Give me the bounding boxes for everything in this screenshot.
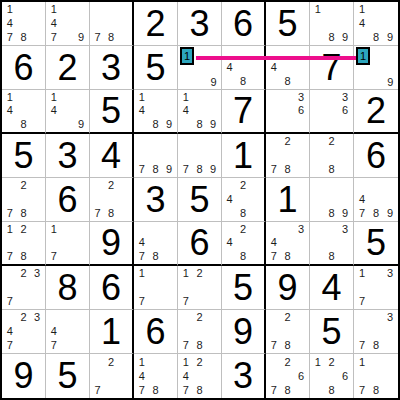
candidate-8: 8 (369, 206, 383, 220)
sudoku-board: 1478147978236518914896235194848719148149… (0, 0, 400, 400)
candidate-4: 4 (179, 369, 193, 383)
cell-r8c6[interactable]: 9 (222, 310, 266, 354)
cell-value: 6 (145, 314, 165, 350)
cell-r6c1[interactable]: 1278 (2, 222, 46, 266)
cell-r7c5[interactable]: 127 (178, 266, 222, 310)
candidate-3: 3 (30, 267, 44, 281)
candidate-8: 8 (281, 383, 295, 397)
cell-r4c5[interactable]: 789 (178, 134, 222, 178)
candidate-4: 4 (267, 61, 281, 75)
candidate-2: 2 (193, 355, 207, 369)
cell-r1c3[interactable]: 78 (90, 2, 134, 46)
candidate-9: 9 (206, 118, 220, 131)
cell-r1c7[interactable]: 5 (266, 2, 310, 46)
candidate-4: 4 (223, 236, 236, 249)
cell-value: 1 (277, 182, 297, 218)
candidate-7: 7 (47, 250, 61, 263)
candidate-8: 8 (193, 118, 207, 131)
candidate-2: 2 (236, 223, 249, 236)
candidate-7: 7 (355, 338, 369, 352)
cell-value: 6 (233, 6, 253, 42)
cell-r6c6[interactable]: 248 (222, 222, 266, 266)
candidate-8: 8 (193, 162, 207, 176)
candidate-1: 1 (311, 3, 325, 17)
cell-r8c4[interactable]: 6 (134, 310, 178, 354)
candidate-1: 1 (47, 91, 61, 104)
candidate-2: 2 (193, 267, 207, 281)
candidate-7: 7 (3, 206, 17, 220)
candidate-8: 8 (104, 206, 117, 220)
candidate-8: 8 (17, 118, 31, 131)
cell-r5c1[interactable]: 278 (2, 178, 46, 222)
cell-r3c3[interactable]: 5 (90, 90, 134, 134)
cell-r2c4[interactable]: 5 (134, 46, 178, 90)
candidate-8: 8 (325, 250, 339, 263)
candidate-9: 9 (206, 162, 220, 176)
candidate-1: 1 (355, 267, 369, 281)
candidate-8: 8 (281, 162, 295, 176)
candidate-8: 8 (369, 383, 383, 397)
candidate-7: 7 (91, 206, 104, 220)
candidate-4: 4 (135, 236, 149, 249)
cell-r7c2[interactable]: 8 (46, 266, 90, 310)
cell-r3c1[interactable]: 148 (2, 90, 46, 134)
cell-value: 5 (366, 225, 386, 261)
candidate-2: 2 (325, 355, 339, 369)
cell-r1c4[interactable]: 2 (134, 2, 178, 46)
candidate-9: 9 (338, 30, 352, 44)
candidate-7: 7 (3, 294, 17, 308)
candidate-7: 7 (47, 338, 61, 352)
cell-r3c9[interactable]: 2 (354, 90, 398, 134)
candidate-7: 7 (91, 383, 104, 397)
candidate-9: 9 (207, 77, 220, 89)
cell-r5c3[interactable]: 278 (90, 178, 134, 222)
candidate-8: 8 (149, 250, 163, 263)
cell-r1c1[interactable]: 1478 (2, 2, 46, 46)
candidate-3: 3 (294, 91, 308, 104)
candidate-7: 7 (179, 294, 193, 308)
cell-value: 5 (277, 6, 297, 42)
cell-r4c6[interactable]: 1 (222, 134, 266, 178)
candidate-8: 8 (281, 338, 295, 352)
cell-r8c8[interactable]: 5 (310, 310, 354, 354)
cell-r5c5[interactable]: 5 (178, 178, 222, 222)
candidate-4: 4 (47, 325, 61, 339)
candidate-4: 4 (355, 17, 369, 31)
candidate-2: 2 (193, 311, 207, 325)
cell-value: 9 (13, 358, 33, 394)
candidate-6: 6 (294, 104, 308, 117)
cell-r7c8[interactable]: 4 (310, 266, 354, 310)
cell-r3c2[interactable]: 149 (46, 90, 90, 134)
candidate-8: 8 (325, 383, 339, 397)
cell-r9c5[interactable]: 12478 (178, 354, 222, 398)
cell-r9c3[interactable]: 27 (90, 354, 134, 398)
candidate-8: 8 (17, 30, 31, 44)
cell-r6c3[interactable]: 9 (90, 222, 134, 266)
candidate-8: 8 (325, 162, 339, 176)
candidate-1: 1 (179, 267, 193, 281)
cell-value: 7 (321, 50, 341, 86)
candidate-7: 7 (3, 338, 17, 352)
candidate-9: 9 (162, 162, 176, 176)
cell-r6c9[interactable]: 5 (354, 222, 398, 266)
cell-r2c2[interactable]: 2 (46, 46, 90, 90)
cell-r2c6[interactable]: 48 (222, 46, 266, 90)
cell-value: 5 (189, 182, 209, 218)
candidate-7: 7 (267, 338, 281, 352)
candidate-3: 3 (294, 223, 308, 236)
candidate-9: 9 (74, 118, 88, 131)
cell-r8c9[interactable]: 378 (354, 310, 398, 354)
cell-r1c2[interactable]: 1479 (46, 2, 90, 46)
cell-r9c6[interactable]: 3 (222, 354, 266, 398)
candidate-2: 2 (17, 223, 31, 236)
cell-r3c4[interactable]: 1489 (134, 90, 178, 134)
cell-value: 8 (57, 270, 77, 306)
candidate-1: 1 (135, 267, 149, 281)
cell-r8c5[interactable]: 278 (178, 310, 222, 354)
cell-value: 6 (57, 182, 77, 218)
candidate-3: 3 (383, 311, 397, 325)
cell-r2c5[interactable]: 19 (178, 46, 222, 90)
candidate-2: 2 (104, 355, 117, 369)
candidate-2: 2 (236, 179, 249, 193)
candidate-8: 8 (236, 74, 249, 88)
candidate-9: 9 (383, 206, 397, 220)
cell-r4c4[interactable]: 789 (134, 134, 178, 178)
candidate-8: 8 (281, 250, 295, 263)
cell-r2c7[interactable]: 48 (266, 46, 310, 90)
candidate-4: 4 (355, 193, 369, 207)
cell-r6c2[interactable]: 17 (46, 222, 90, 266)
cell-value: 2 (145, 6, 165, 42)
cell-r5c6[interactable]: 248 (222, 178, 266, 222)
candidate-7: 7 (135, 383, 149, 397)
candidate-1: 1 (47, 3, 61, 17)
candidate-8: 8 (149, 383, 163, 397)
candidate-1: 1 (311, 355, 325, 369)
candidate-7: 7 (3, 250, 17, 263)
cell-r9c8[interactable]: 1268 (310, 354, 354, 398)
cell-value: 4 (321, 270, 341, 306)
cell-value: 5 (57, 358, 77, 394)
cell-value: 6 (13, 50, 33, 86)
cell-r5c8[interactable]: 89 (310, 178, 354, 222)
candidate-1: 1 (179, 355, 193, 369)
candidate-7: 7 (3, 30, 17, 44)
candidate-7: 7 (135, 162, 149, 176)
candidate-6: 6 (294, 369, 308, 383)
cell-r7c4[interactable]: 17 (134, 266, 178, 310)
candidate-2: 2 (104, 179, 117, 193)
candidate-8: 8 (325, 206, 339, 220)
candidate-4: 4 (135, 369, 149, 383)
cell-r2c9[interactable]: 19 (354, 46, 398, 90)
candidate-2: 2 (325, 135, 339, 149)
cell-r5c2[interactable]: 6 (46, 178, 90, 222)
candidate-9: 9 (338, 206, 352, 220)
candidate-9: 9 (383, 30, 397, 44)
cell-r9c9[interactable]: 178 (354, 354, 398, 398)
cell-value: 5 (13, 138, 33, 174)
candidate-7: 7 (355, 294, 369, 308)
candidate-2: 2 (17, 267, 31, 281)
cell-r8c3[interactable]: 1 (90, 310, 134, 354)
candidate-8: 8 (149, 118, 163, 131)
cell-r4c1[interactable]: 5 (2, 134, 46, 178)
cell-value: 9 (233, 314, 253, 350)
cell-r6c4[interactable]: 478 (134, 222, 178, 266)
candidate-1: 1 (355, 355, 369, 369)
candidate-4: 4 (47, 17, 61, 31)
cell-value: 3 (101, 50, 121, 86)
cell-value: 3 (233, 358, 253, 394)
cell-value: 9 (277, 270, 297, 306)
cell-r9c4[interactable]: 1478 (134, 354, 178, 398)
cell-r5c9[interactable]: 4789 (354, 178, 398, 222)
candidate-3: 3 (30, 311, 44, 325)
highlighted-candidate-1: 1 (356, 47, 370, 65)
cell-r6c8[interactable]: 38 (310, 222, 354, 266)
candidate-3: 3 (383, 267, 397, 281)
cell-r5c4[interactable]: 3 (134, 178, 178, 222)
cell-r6c5[interactable]: 6 (178, 222, 222, 266)
cell-value: 5 (101, 93, 121, 129)
candidate-8: 8 (193, 338, 207, 352)
cell-value: 3 (145, 182, 165, 218)
cell-value: 5 (321, 314, 341, 350)
candidate-4: 4 (3, 325, 17, 339)
candidate-2: 2 (281, 135, 295, 149)
cell-r1c5[interactable]: 3 (178, 2, 222, 46)
cell-r7c1[interactable]: 237 (2, 266, 46, 310)
candidate-4: 4 (3, 104, 17, 117)
candidate-7: 7 (47, 30, 61, 44)
candidate-1: 1 (3, 3, 17, 17)
candidate-2: 2 (17, 311, 31, 325)
cell-value: 5 (145, 50, 165, 86)
cell-r8c1[interactable]: 2347 (2, 310, 46, 354)
cell-r7c3[interactable]: 6 (90, 266, 134, 310)
cell-r4c2[interactable]: 3 (46, 134, 90, 178)
candidate-8: 8 (369, 338, 383, 352)
candidate-9: 9 (162, 118, 176, 131)
candidate-6: 6 (338, 104, 352, 117)
cell-value: 1 (101, 314, 121, 350)
candidate-4: 4 (47, 104, 61, 117)
candidate-7: 7 (179, 338, 193, 352)
candidate-8: 8 (325, 30, 339, 44)
candidate-8: 8 (17, 206, 31, 220)
cell-r2c3[interactable]: 3 (90, 46, 134, 90)
cell-r9c1[interactable]: 9 (2, 354, 46, 398)
candidate-8: 8 (193, 383, 207, 397)
cell-r2c8[interactable]: 7 (310, 46, 354, 90)
cell-value: 9 (101, 225, 121, 261)
candidate-4: 4 (223, 193, 236, 207)
candidate-1: 1 (135, 355, 149, 369)
cell-value: 1 (233, 138, 253, 174)
cell-r7c6[interactable]: 5 (222, 266, 266, 310)
candidate-7: 7 (91, 30, 104, 44)
candidate-2: 2 (281, 355, 295, 369)
candidate-1: 1 (179, 91, 193, 104)
candidate-8: 8 (104, 30, 117, 44)
cell-r8c7[interactable]: 278 (266, 310, 310, 354)
cell-r7c9[interactable]: 137 (354, 266, 398, 310)
candidate-9: 9 (74, 30, 88, 44)
cell-r3c8[interactable]: 36 (310, 90, 354, 134)
candidate-8: 8 (17, 250, 31, 263)
sudoku-grid: 1478147978236518914896235194848719148149… (2, 2, 398, 398)
candidate-1: 1 (3, 91, 17, 104)
cell-r1c8[interactable]: 189 (310, 2, 354, 46)
chain-link-line (196, 56, 357, 60)
candidate-7: 7 (135, 250, 149, 263)
candidate-7: 7 (267, 162, 281, 176)
candidate-4: 4 (267, 236, 281, 249)
cell-value: 3 (57, 138, 77, 174)
cell-value: 6 (366, 138, 386, 174)
candidate-8: 8 (369, 30, 383, 44)
cell-r5c7[interactable]: 1 (266, 178, 310, 222)
cell-value: 3 (189, 6, 209, 42)
candidate-8: 8 (281, 74, 295, 88)
cell-r4c3[interactable]: 4 (90, 134, 134, 178)
candidate-8: 8 (236, 206, 249, 220)
cell-value: 4 (101, 138, 121, 174)
candidate-8: 8 (236, 250, 249, 263)
candidate-4: 4 (135, 104, 149, 117)
cell-value: 2 (57, 50, 77, 86)
cell-r1c6[interactable]: 6 (222, 2, 266, 46)
candidate-6: 6 (338, 369, 352, 383)
cell-value: 2 (366, 93, 386, 129)
candidate-3: 3 (338, 91, 352, 104)
cell-r6c7[interactable]: 3478 (266, 222, 310, 266)
candidate-7: 7 (179, 383, 193, 397)
cell-r3c6[interactable]: 7 (222, 90, 266, 134)
candidate-7: 7 (179, 162, 193, 176)
cell-r4c7[interactable]: 278 (266, 134, 310, 178)
cell-value: 6 (189, 225, 209, 261)
cell-r8c2[interactable]: 47 (46, 310, 90, 354)
cell-r3c7[interactable]: 36 (266, 90, 310, 134)
candidate-7: 7 (355, 206, 369, 220)
cell-r9c2[interactable]: 5 (46, 354, 90, 398)
candidate-4: 4 (179, 104, 193, 117)
cell-value: 6 (101, 270, 121, 306)
cell-r2c1[interactable]: 6 (2, 46, 46, 90)
cell-value: 7 (233, 93, 253, 129)
candidate-1: 1 (355, 3, 369, 17)
candidate-8: 8 (149, 162, 163, 176)
cell-r7c7[interactable]: 9 (266, 266, 310, 310)
candidate-7: 7 (267, 383, 281, 397)
candidate-4: 4 (3, 17, 17, 31)
candidate-1: 1 (47, 223, 61, 236)
candidate-1: 1 (3, 223, 17, 236)
candidate-4: 4 (223, 61, 236, 75)
cell-r4c9[interactable]: 6 (354, 134, 398, 178)
cell-r1c9[interactable]: 1489 (354, 2, 398, 46)
highlighted-candidate-1: 1 (180, 47, 194, 65)
candidate-7: 7 (267, 250, 281, 263)
candidate-9: 9 (384, 77, 398, 89)
cell-value: 5 (233, 270, 253, 306)
candidate-2: 2 (281, 311, 295, 325)
candidate-2: 2 (17, 179, 31, 193)
cell-r4c8[interactable]: 28 (310, 134, 354, 178)
candidate-3: 3 (338, 223, 352, 236)
cell-r3c5[interactable]: 1489 (178, 90, 222, 134)
cell-r9c7[interactable]: 2678 (266, 354, 310, 398)
candidate-1: 1 (135, 91, 149, 104)
candidate-7: 7 (135, 294, 149, 308)
candidate-7: 7 (355, 383, 369, 397)
